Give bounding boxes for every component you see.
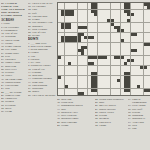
column-2: 57. There's a line in Jay62. US Nottingl…	[28, 1, 56, 149]
clue-line: 56. Gleam	[1, 109, 27, 112]
across-clue-list-2: 57. There's a line in Jay62. US Nottingl…	[28, 1, 56, 37]
down-clue-list-1: 1. ___ John Wilce2. Mud Hen in Omaha3. B…	[28, 41, 56, 96]
clue-line: 42. Firings	[57, 123, 94, 126]
crossword-puzzle-page: IF A CHILD COULD ASK YOU ANYTHING THE WO…	[0, 0, 150, 150]
white-cell	[147, 92, 150, 95]
down-clue-list-3: 44. Falcon Word Resources45. Rope46. Big…	[95, 97, 127, 126]
down-clue-list-4: 51. Good in Unambiguous53. Great Things5…	[128, 97, 150, 130]
column-1: IF A CHILD COULD ASK YOU ANYTHING THE WO…	[1, 1, 27, 149]
crossword-grid	[57, 2, 150, 96]
column-4: 44. Falcon Word Resources45. Rope46. Big…	[95, 97, 127, 149]
across-clue-list-1: 1. Praise5. Cut Periwinkle9. Uncomposed1…	[1, 22, 27, 113]
clue-line: 25. They can be on ballots	[28, 93, 56, 96]
column-3: 28. Shed Foot30. Crash Ideas31. Ransomwa…	[57, 97, 94, 149]
clue-line: 67. Pink	[128, 126, 150, 129]
byline: by Sydney Seaforth	[1, 13, 27, 16]
down-clue-list-2: 28. Shed Foot30. Crash Ideas31. Ransomwa…	[57, 97, 94, 126]
clue-line: 54. Things	[95, 123, 127, 126]
column-5: 51. Good in Unambiguous53. Great Things5…	[128, 97, 150, 149]
puzzle-title: IF A CHILD COULD ASK YOU ANYTHING THE WO…	[1, 1, 27, 13]
